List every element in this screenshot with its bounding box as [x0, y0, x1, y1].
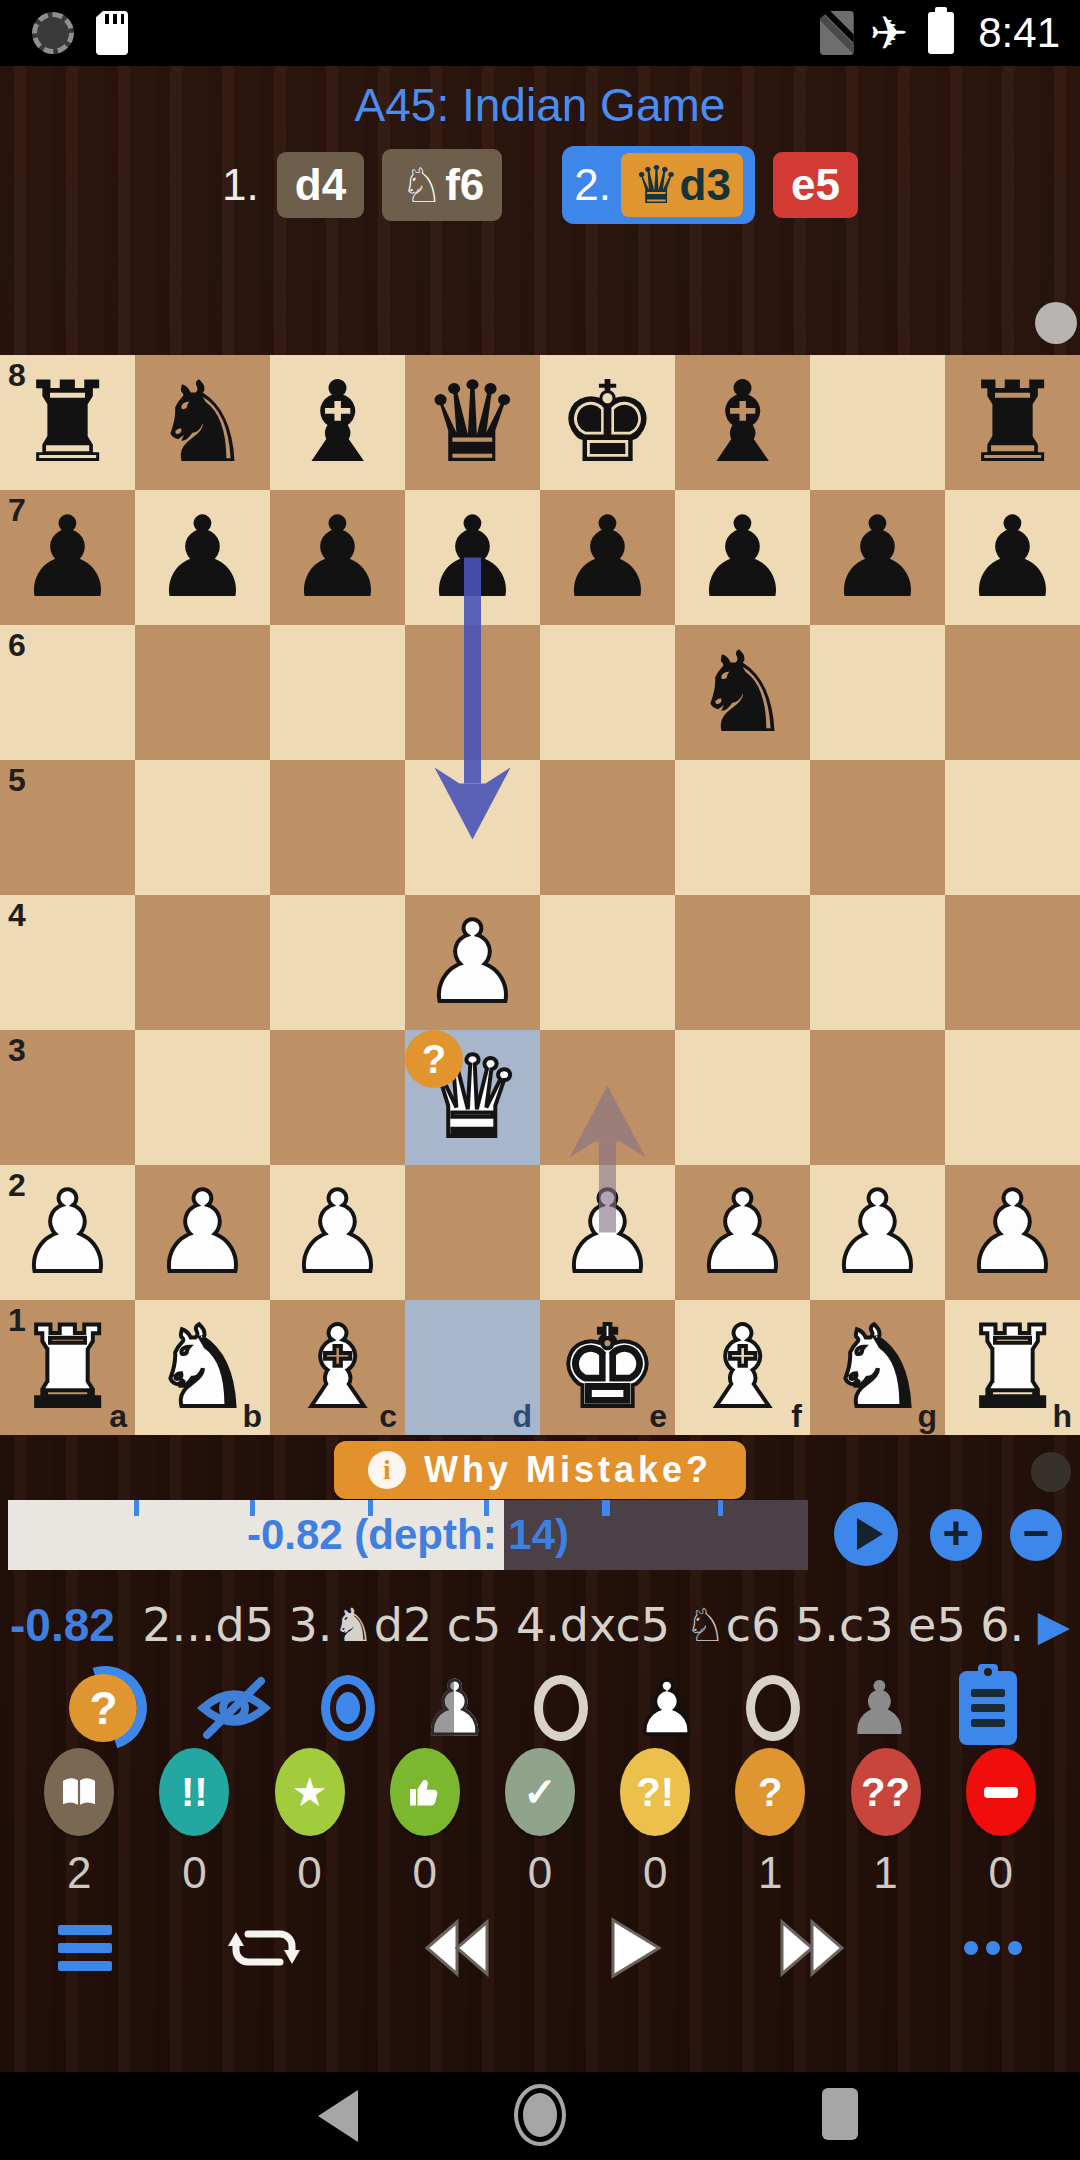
black-pawn-e7[interactable]: ♟ — [540, 490, 675, 625]
play-icon — [605, 1916, 665, 1980]
train-black-toggle[interactable] — [321, 1675, 375, 1741]
gray-pawn-icon[interactable]: ♟ — [846, 1671, 912, 1745]
black-rook-h8[interactable]: ♜ — [945, 355, 1080, 490]
square-a6[interactable]: 6 — [0, 625, 135, 760]
engine-line-moves[interactable]: 2...d5 3.♞d2 c5 4.dxc5 ♘c6 5.c3 e5 6. — [135, 1598, 1032, 1652]
rank-label-6: 6 — [8, 627, 26, 664]
square-f2[interactable]: ♟ — [675, 1165, 810, 1300]
square-b4[interactable] — [135, 895, 270, 1030]
square-f4[interactable] — [675, 895, 810, 1030]
square-a2[interactable]: ♟2 — [0, 1165, 135, 1300]
rank-label-3: 3 — [8, 1032, 26, 1069]
square-h8[interactable]: ♜ — [945, 355, 1080, 490]
question-icon: ? — [758, 1770, 782, 1815]
queen-figurine-icon: ♛ — [633, 155, 680, 215]
rank-label-7: 7 — [8, 492, 26, 529]
square-a4[interactable]: 4 — [0, 895, 135, 1030]
evaluation-depth-label: -0.82 (depth: 14) — [8, 1500, 808, 1570]
white-pawn-b2[interactable]: ♟ — [135, 1165, 270, 1300]
train-both-toggle[interactable] — [746, 1675, 800, 1741]
square-a3[interactable]: 3 — [0, 1030, 135, 1165]
annot-book[interactable]: 2 — [29, 1748, 129, 1898]
black-king-e8[interactable]: ♚ — [540, 355, 675, 490]
play-button[interactable] — [605, 1916, 665, 1980]
plus-icon: + — [943, 1510, 970, 1556]
battery-icon — [928, 12, 954, 54]
white-pawn-f2[interactable]: ♟ — [675, 1165, 810, 1300]
android-nav-bar — [0, 2072, 1080, 2160]
annot-star[interactable]: ★ 0 — [260, 1748, 360, 1898]
black-queen-d8[interactable]: ♛ — [405, 355, 540, 490]
square-f6[interactable]: ♞ — [675, 625, 810, 760]
annot-blunder[interactable]: ?? 1 — [836, 1748, 936, 1898]
engine-eval-value: -0.82 — [10, 1598, 115, 1652]
square-a7[interactable]: ♟7 — [0, 490, 135, 625]
rank-label-1: 1 — [8, 1302, 26, 1339]
square-h2[interactable]: ♟ — [945, 1165, 1080, 1300]
analysis-bar-row: -0.82 (depth: 14) + − — [0, 1498, 1080, 1572]
clock-time: 8:41 — [978, 9, 1060, 57]
annot-ok[interactable]: ✓ 0 — [490, 1748, 590, 1898]
remove-line-button[interactable]: − — [1010, 1509, 1062, 1561]
file-label-h: h — [1052, 1398, 1072, 1435]
square-e3[interactable] — [540, 1030, 675, 1165]
back-button[interactable] — [318, 2090, 358, 2142]
square-c2[interactable]: ♟ — [270, 1165, 405, 1300]
square-e6[interactable] — [540, 625, 675, 760]
black-pawn-c7[interactable]: ♟ — [270, 490, 405, 625]
double-exclam-icon: !! — [181, 1770, 208, 1815]
square-f7[interactable]: ♟ — [675, 490, 810, 625]
square-d1[interactable]: d — [405, 1300, 540, 1435]
fast-forward-button[interactable] — [774, 1917, 854, 1979]
square-f3[interactable] — [675, 1030, 810, 1165]
black-pawn-b7[interactable]: ♟ — [135, 490, 270, 625]
file-label-b: b — [242, 1398, 262, 1435]
chess-board[interactable]: ♜8♞♝♛♚♝♜♟7♟♟♟♟♟♟♟6♞54♟3♛?♟2♟♟♟♟♟♟♜1a♞b♝c… — [0, 355, 1080, 1435]
play-icon — [857, 1518, 883, 1550]
square-h3[interactable] — [945, 1030, 1080, 1165]
square-b6[interactable] — [135, 625, 270, 760]
move-number-2: 2. — [574, 160, 611, 210]
square-h5[interactable] — [945, 760, 1080, 895]
mistake-badge: ? — [405, 1030, 463, 1088]
notes-clipboard-button[interactable] — [959, 1671, 1017, 1745]
engine-play-button[interactable] — [834, 1502, 898, 1566]
unselected-radio-icon — [534, 1675, 588, 1741]
annot-good[interactable]: 0 — [375, 1748, 475, 1898]
rank-label-8: 8 — [8, 357, 26, 394]
square-a8[interactable]: ♜8 — [0, 355, 135, 490]
rank-label-5: 5 — [8, 762, 26, 799]
white-bishop-f1[interactable]: ♝ — [675, 1300, 810, 1435]
more-options-button[interactable] — [964, 1941, 1022, 1955]
why-mistake-button[interactable]: i Why Mistake? — [334, 1441, 746, 1499]
rewind-icon — [415, 1917, 495, 1979]
square-b5[interactable] — [135, 760, 270, 895]
square-b2[interactable]: ♟ — [135, 1165, 270, 1300]
move-chip-qd3-active[interactable]: 2. ♛ d3 — [562, 146, 755, 224]
square-a5[interactable]: 5 — [0, 760, 135, 895]
file-label-g: g — [917, 1398, 937, 1435]
retry-hint-button[interactable]: ? — [63, 1666, 147, 1750]
square-g3[interactable] — [810, 1030, 945, 1165]
view-toggles-row: ? ♟ ♟ ♟ — [0, 1660, 1080, 1756]
square-f5[interactable] — [675, 760, 810, 895]
square-g7[interactable]: ♟ — [810, 490, 945, 625]
why-mistake-label: Why Mistake? — [424, 1449, 712, 1491]
square-c5[interactable] — [270, 760, 405, 895]
square-b8[interactable]: ♞ — [135, 355, 270, 490]
file-label-e: e — [649, 1398, 667, 1435]
analysis-progress-slider[interactable]: -0.82 (depth: 14) — [8, 1500, 808, 1570]
playback-toolbar — [0, 1898, 1080, 1998]
black-knight-f6[interactable]: ♞ — [675, 625, 810, 760]
square-c1[interactable]: ♝c — [270, 1300, 405, 1435]
annot-dubious[interactable]: ?! 0 — [605, 1748, 705, 1898]
white-pawn-g2[interactable]: ♟ — [810, 1165, 945, 1300]
square-c7[interactable]: ♟ — [270, 490, 405, 625]
square-e1[interactable]: ♚e — [540, 1300, 675, 1435]
rank-label-4: 4 — [8, 897, 26, 934]
square-d2[interactable] — [405, 1165, 540, 1300]
recents-button[interactable] — [822, 2088, 858, 2140]
eye-off-icon — [193, 1673, 275, 1743]
home-button[interactable] — [514, 2084, 566, 2146]
add-line-button[interactable]: + — [930, 1509, 982, 1561]
engine-line-row[interactable]: -0.82 2...d5 3.♞d2 c5 4.dxc5 ♘c6 5.c3 e5… — [0, 1594, 1080, 1656]
square-e5[interactable] — [540, 760, 675, 895]
no-sim-icon — [820, 11, 854, 55]
square-f1[interactable]: ♝f — [675, 1300, 810, 1435]
book-icon — [59, 1776, 99, 1808]
square-c6[interactable] — [270, 625, 405, 760]
minus-icon: − — [1023, 1510, 1050, 1556]
split-pawn-icon[interactable]: ♟ — [421, 1671, 487, 1745]
sd-card-icon — [96, 11, 128, 55]
app-screen: ✈ 8:41 A45: Indian Game 1. d4 ♘ f6 2. ♛ … — [0, 0, 1080, 2160]
square-d3[interactable]: ♛? — [405, 1030, 540, 1165]
white-pawn-h2[interactable]: ♟ — [945, 1165, 1080, 1300]
square-h1[interactable]: ♜h — [945, 1300, 1080, 1435]
mistake-move-highlight: ♛ d3 — [621, 153, 743, 217]
square-h7[interactable]: ♟ — [945, 490, 1080, 625]
hide-moves-button[interactable] — [193, 1673, 275, 1743]
white-pawn-e2[interactable]: ♟ — [540, 1165, 675, 1300]
fast-forward-icon — [774, 1917, 854, 1979]
annot-bad[interactable]: 0 — [951, 1748, 1051, 1898]
rewind-button[interactable] — [415, 1917, 495, 1979]
square-e4[interactable] — [540, 895, 675, 1030]
thumbs-up-icon — [407, 1774, 443, 1810]
square-c4[interactable] — [270, 895, 405, 1030]
square-d4[interactable]: ♟ — [405, 895, 540, 1030]
star-icon: ★ — [292, 1769, 328, 1815]
black-pawn-f7[interactable]: ♟ — [675, 490, 810, 625]
file-label-c: c — [379, 1398, 397, 1435]
unselected-radio-icon — [746, 1675, 800, 1741]
square-g5[interactable] — [810, 760, 945, 895]
loop-icon — [222, 1914, 306, 1982]
square-g4[interactable] — [810, 895, 945, 1030]
board-resize-handle-bottom[interactable] — [1031, 1452, 1071, 1492]
train-white-toggle[interactable] — [534, 1675, 588, 1741]
annotation-stats-row: 2 !! 0 ★ 0 0 ✓ 0 ?! 0 ? 1 — [0, 1748, 1080, 1898]
square-a1[interactable]: ♜1a — [0, 1300, 135, 1435]
status-bar: ✈ 8:41 — [0, 0, 1080, 66]
white-pawn-c2[interactable]: ♟ — [270, 1165, 405, 1300]
black-pawn-g7[interactable]: ♟ — [810, 490, 945, 625]
knight-figurine-icon: ♘ — [400, 157, 443, 213]
sync-spinner-icon — [32, 12, 74, 54]
annot-mistake[interactable]: ? 1 — [720, 1748, 820, 1898]
square-d8[interactable]: ♛ — [405, 355, 540, 490]
expand-line-button[interactable]: ▶ — [1038, 1601, 1070, 1650]
square-b7[interactable]: ♟ — [135, 490, 270, 625]
double-question-icon: ?? — [861, 1770, 910, 1815]
square-h6[interactable] — [945, 625, 1080, 760]
white-pawn-icon[interactable]: ♟ — [634, 1671, 700, 1745]
square-d5[interactable] — [405, 760, 540, 895]
square-g6[interactable] — [810, 625, 945, 760]
move-chip-d4[interactable]: d4 — [277, 152, 364, 218]
minus-icon — [984, 1787, 1018, 1798]
loop-replay-button[interactable] — [222, 1914, 306, 1982]
square-b1[interactable]: ♞b — [135, 1300, 270, 1435]
square-d7[interactable]: ♟ — [405, 490, 540, 625]
board-resize-handle-top[interactable] — [1035, 302, 1077, 344]
info-icon: i — [368, 1451, 406, 1489]
rank-label-2: 2 — [8, 1167, 26, 1204]
square-g2[interactable]: ♟ — [810, 1165, 945, 1300]
square-h4[interactable] — [945, 895, 1080, 1030]
move-number-1: 1. — [222, 160, 259, 210]
exclam-question-icon: ?! — [636, 1770, 674, 1815]
square-b3[interactable] — [135, 1030, 270, 1165]
square-g8[interactable] — [810, 355, 945, 490]
opening-name: A45: Indian Game — [0, 78, 1080, 132]
black-bishop-c8[interactable]: ♝ — [270, 355, 405, 490]
black-knight-b8[interactable]: ♞ — [135, 355, 270, 490]
move-chip-nf6[interactable]: ♘ f6 — [382, 149, 502, 221]
square-e8[interactable]: ♚ — [540, 355, 675, 490]
square-c3[interactable] — [270, 1030, 405, 1165]
square-e7[interactable]: ♟ — [540, 490, 675, 625]
menu-button[interactable] — [58, 1925, 112, 1971]
black-pawn-d7[interactable]: ♟ — [405, 490, 540, 625]
annot-brilliant[interactable]: !! 0 — [144, 1748, 244, 1898]
check-icon: ✓ — [523, 1769, 557, 1815]
square-d6[interactable] — [405, 625, 540, 760]
move-chip-e5[interactable]: e5 — [773, 152, 858, 218]
white-pawn-d4[interactable]: ♟ — [405, 895, 540, 1030]
square-f8[interactable]: ♝ — [675, 355, 810, 490]
black-bishop-f8[interactable]: ♝ — [675, 355, 810, 490]
square-e2[interactable]: ♟ — [540, 1165, 675, 1300]
move-list: 1. d4 ♘ f6 2. ♛ d3 e5 — [0, 146, 1080, 224]
selected-radio-icon — [321, 1675, 375, 1741]
square-g1[interactable]: ♞g — [810, 1300, 945, 1435]
file-label-d: d — [512, 1398, 532, 1435]
hint-question-icon: ? — [69, 1674, 137, 1742]
file-label-a: a — [109, 1398, 127, 1435]
black-pawn-h7[interactable]: ♟ — [945, 490, 1080, 625]
square-c8[interactable]: ♝ — [270, 355, 405, 490]
clipboard-icon — [959, 1671, 1017, 1745]
airplane-mode-icon: ✈ — [870, 10, 909, 56]
file-label-f: f — [791, 1398, 802, 1435]
